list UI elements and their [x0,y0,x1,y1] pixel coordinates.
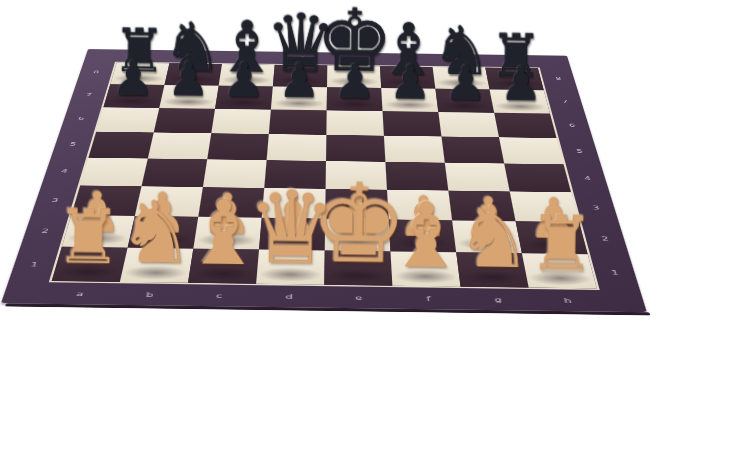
piece-shadow [384,100,436,110]
rank-label: 3 [585,205,607,211]
square-h5 [499,137,564,164]
square-b8: ♞ [164,63,222,85]
chessboard: ♜♞♝♛♚♝♞♜♟♟♟♟♟♟♟♟♟♟♟♟♟♟♟♟♜♞♝♛♚♝♞♜ aabbccd… [1,49,647,312]
square-c8: ♝ [219,64,275,87]
file-label: b [169,54,222,59]
square-b1: ♞ [120,248,193,283]
square-a4 [80,158,148,187]
square-b7: ♟ [159,85,218,109]
square-e5 [326,135,385,162]
square-e4 [326,161,387,190]
chess-set-photo: ♜♞♝♛♚♝♞♜♟♟♟♟♟♟♟♟♟♟♟♟♟♟♟♟♜♞♝♛♚♝♞♜ aabbccd… [0,0,750,465]
piece-shadow [327,235,388,249]
rank-label: 4 [577,176,599,181]
rank-label: 1 [603,269,627,276]
file-label: h [532,297,603,305]
square-f1: ♝ [390,251,460,286]
piece-shadow [489,79,541,89]
square-e2: ♟ [325,219,391,252]
piece-shadow [221,75,272,85]
square-f6 [383,111,442,136]
frame-coordinates: aabbccddeeffgghh8877665544332211 [88,49,567,56]
square-a5 [88,132,153,159]
rank-label: 6 [562,123,582,128]
file-label: h [485,58,538,63]
square-f5 [384,136,445,163]
square-f8: ♝ [380,66,435,89]
square-h1: ♜ [522,253,597,288]
piece-shadow [55,264,121,279]
file-label: c [184,292,254,300]
square-g6 [438,112,499,137]
file-label: f [380,57,432,62]
rank-label: 7 [79,92,99,97]
square-h8: ♜ [485,68,543,91]
rank-label: 8 [86,70,105,74]
square-a6 [96,107,159,132]
piece-shadow [528,271,594,286]
square-c2: ♟ [193,217,261,250]
square-h3 [510,191,579,222]
square-h7: ♟ [490,89,550,113]
piece-shadow [329,99,381,109]
square-f7: ♟ [381,88,438,112]
file-label: e [327,56,379,61]
square-c3 [198,187,264,218]
rank-label: 4 [53,168,75,173]
piece-shadow [392,236,453,250]
rank-label: 6 [71,116,91,121]
piece-shadow [461,270,526,285]
piece-shadow [329,77,379,87]
piece-shadow [436,78,487,88]
square-b4 [142,159,208,188]
square-a3 [71,185,141,216]
square-a8: ♜ [110,62,169,84]
square-b2: ♟ [128,216,199,249]
square-f2: ♟ [389,220,457,253]
file-label: g [432,58,485,63]
square-g4 [445,163,510,192]
square-g7: ♟ [435,89,494,113]
piece-shadow [65,231,129,245]
piece-shadow [131,232,194,246]
square-g3 [448,191,515,222]
piece-shadow [196,233,258,247]
square-g5 [441,136,504,163]
square-a2: ♟ [62,215,135,248]
piece-shadow [123,265,188,280]
square-h4 [504,163,571,192]
piece-shadow [113,74,165,84]
file-label: c [222,55,275,60]
file-label: d [254,293,323,301]
file-label: g [463,296,533,304]
piece-shadow [259,267,322,282]
square-e8: ♚ [327,65,381,88]
square-f3 [387,190,452,221]
piece-shadow [383,77,434,87]
square-e6 [326,110,384,135]
board-edge [5,303,651,315]
piece-shadow [494,101,547,111]
piece-shadow [217,98,269,108]
square-d8: ♛ [273,65,327,88]
rank-label: 2 [593,236,616,242]
piece-shadow [167,74,218,84]
file-label: b [114,291,184,299]
square-a1: ♜ [52,247,128,282]
file-label: f [394,295,464,303]
piece-shadow [275,76,325,86]
square-d7: ♟ [271,86,327,110]
piece-shadow [521,238,584,252]
file-label: a [44,290,115,298]
square-d2: ♟ [259,218,325,251]
piece-shadow [262,234,323,248]
file-label: e [324,294,393,302]
square-d5 [267,134,327,161]
square-d3 [262,188,326,219]
piece-shadow [273,98,325,108]
rank-label: 2 [33,228,56,234]
square-c7: ♟ [215,86,273,110]
rank-label: 5 [569,148,590,153]
piece-shadow [162,97,215,107]
piece-shadow [439,101,492,111]
piece-shadow [394,269,458,284]
square-b3 [135,186,203,217]
square-d6 [269,110,327,135]
square-g8: ♞ [433,67,490,90]
rank-label: 1 [22,261,46,268]
file-label: d [275,55,327,60]
square-c4 [203,159,267,188]
square-e7: ♟ [327,87,383,111]
square-c5 [207,133,269,160]
square-f4 [385,162,448,191]
square-e3 [325,189,388,220]
piece-shadow [106,96,160,106]
square-h2: ♟ [516,221,588,254]
piece-shadow [327,268,390,283]
square-d1: ♛ [256,250,325,285]
square-g2: ♟ [452,220,522,253]
file-label: a [116,53,169,58]
square-d4 [264,160,326,189]
square-c1: ♝ [188,249,259,284]
square-b5 [148,132,211,159]
piece-shadow [457,237,519,251]
square-a7: ♟ [103,84,164,108]
square-e1: ♚ [324,251,392,286]
rank-label: 7 [555,99,575,104]
square-c6 [211,109,271,134]
piece-shadow [191,266,255,281]
square-g1: ♞ [456,252,528,287]
square-h6 [494,113,556,138]
rank-label: 5 [62,141,83,146]
rank-label: 3 [44,197,67,203]
rank-label: 8 [549,76,568,80]
board-playing-field: ♜♞♝♛♚♝♞♜♟♟♟♟♟♟♟♟♟♟♟♟♟♟♟♟♜♞♝♛♚♝♞♜ [49,62,600,290]
square-b6 [154,108,215,133]
